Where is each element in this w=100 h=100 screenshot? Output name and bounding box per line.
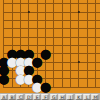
column-label: E xyxy=(34,94,41,100)
column-label: J xyxy=(67,94,74,100)
grid-line xyxy=(3,20,100,21)
column-label: M xyxy=(92,94,99,100)
go-board-window: ●●●●●●●●●●●●●●●●●● ABCDEFGHJKLM xyxy=(0,0,100,100)
black-stone[interactable]: ● xyxy=(41,83,49,91)
grid-line xyxy=(3,37,100,38)
go-board[interactable]: ●●●●●●●●●●●●●●●●●● xyxy=(0,0,100,93)
black-stone[interactable]: ● xyxy=(0,75,8,83)
grid-line xyxy=(3,28,100,29)
grid-line xyxy=(45,0,46,87)
grid-line xyxy=(3,3,100,4)
star-point xyxy=(28,11,30,13)
grid-line xyxy=(12,0,13,87)
star-point xyxy=(78,11,80,13)
grid-line xyxy=(62,0,63,87)
grid-line xyxy=(3,87,100,88)
grid-line xyxy=(53,0,54,87)
grid-line xyxy=(87,0,88,87)
column-label: C xyxy=(17,94,24,100)
column-label: A xyxy=(0,94,7,100)
column-label: F xyxy=(42,94,49,100)
grid-line xyxy=(3,12,100,13)
column-label: G xyxy=(50,94,57,100)
column-label: H xyxy=(59,94,66,100)
grid-line xyxy=(95,0,96,87)
star-point xyxy=(78,61,80,63)
grid-line xyxy=(70,0,71,87)
column-label: L xyxy=(84,94,91,100)
coordinate-strip: ABCDEFGHJKLM xyxy=(0,93,100,100)
column-label: K xyxy=(75,94,82,100)
column-label: D xyxy=(25,94,32,100)
column-label: B xyxy=(9,94,16,100)
